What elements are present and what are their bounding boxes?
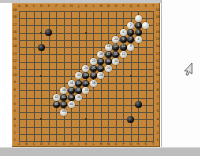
stone-black: 13: [112, 44, 119, 51]
coord-row-left: 4: [12, 118, 18, 122]
coord-row-left: 13: [12, 53, 18, 57]
grid-line: [19, 105, 154, 106]
stone-white: [142, 22, 149, 29]
stone-white: 28: [90, 80, 97, 87]
coord-row-right: 18: [154, 16, 160, 20]
stone-white: 36: [75, 94, 82, 101]
coord-col-top: C: [31, 5, 37, 9]
stone-black: 43: [60, 101, 67, 108]
stone-white: 2: [127, 22, 134, 29]
coord-row-right: 8: [154, 89, 160, 93]
stone-white: 24: [97, 72, 104, 79]
coord-row-left: 1: [12, 139, 18, 143]
coord-row-right: 1: [154, 139, 160, 143]
stone-black: 17: [105, 51, 112, 58]
coord-row-right: 10: [154, 74, 160, 78]
stone-black: 33: [75, 80, 82, 87]
grid-line: [19, 127, 154, 128]
stone-black: 15: [112, 51, 119, 58]
stone-white: 18: [97, 51, 104, 58]
mouse-cursor-icon: [183, 63, 193, 76]
coord-col-top: P: [120, 5, 126, 9]
coord-row-left: 19: [12, 9, 18, 13]
stone-black: 39: [68, 94, 75, 101]
grid-line: [146, 11, 147, 142]
coord-row-right: 12: [154, 60, 160, 64]
stone-white: 22: [90, 58, 97, 65]
coord-col-top: R: [135, 5, 141, 9]
stone-black: 37: [68, 87, 75, 94]
coord-col-top: K: [83, 5, 89, 9]
coord-row-left: 15: [12, 38, 18, 42]
stone-black: 1: [135, 22, 142, 29]
stone-black: 9: [120, 36, 127, 43]
coord-col-top: B: [23, 5, 29, 9]
screen: AABBCCDDEEFFGGHHJJKKLLMMNNOOPPQQRRSSTT19…: [0, 0, 200, 156]
coord-col-top: G: [61, 5, 67, 9]
stone-white: 14: [105, 44, 112, 51]
coord-row-left: 5: [12, 110, 18, 114]
stone-black: 7: [127, 36, 134, 43]
coord-row-right: 19: [154, 9, 160, 13]
star-point: [130, 75, 132, 77]
stone-black: [38, 44, 45, 51]
go-board[interactable]: AABBCCDDEEFFGGHHJJKKLLMMNNOOPPQQRRSSTT19…: [12, 3, 160, 147]
star-point: [85, 32, 87, 34]
coord-row-right: 2: [154, 132, 160, 136]
stone-black: 3: [135, 29, 142, 36]
coord-row-left: 16: [12, 31, 18, 35]
coord-row-right: 13: [154, 53, 160, 57]
stone-white: 26: [82, 65, 89, 72]
stone-black: [127, 116, 134, 123]
stone-black: 29: [82, 72, 89, 79]
stone-white: 12: [120, 51, 127, 58]
coord-col-top: M: [98, 5, 104, 9]
stone-black: 41: [60, 94, 67, 101]
coord-row-right: 4: [154, 118, 160, 122]
stone-white: 10: [112, 36, 119, 43]
coord-row-right: 14: [154, 45, 160, 49]
stone-white: 42: [53, 94, 60, 101]
stone-black: 27: [90, 72, 97, 79]
stone-black: 23: [97, 65, 104, 72]
coord-row-left: 18: [12, 16, 18, 20]
stone-black: 19: [105, 58, 112, 65]
stone-white: 32: [82, 87, 89, 94]
stone-black: 11: [120, 44, 127, 51]
stone-black: [45, 29, 52, 36]
coord-col-top: D: [38, 5, 44, 9]
coord-col-top: Q: [128, 5, 134, 9]
coord-row-left: 3: [12, 125, 18, 129]
coord-row-left: 11: [12, 67, 18, 71]
stone-white: 20: [105, 65, 112, 72]
coord-col-top: L: [90, 5, 96, 9]
coord-col-top: F: [53, 5, 59, 9]
coord-col-top: O: [113, 5, 119, 9]
stone-white: 6: [120, 29, 127, 36]
coord-row-left: 12: [12, 60, 18, 64]
stone-black: 25: [90, 65, 97, 72]
coord-row-right: 7: [154, 96, 160, 100]
grid-line: [116, 11, 117, 142]
coord-col-top: J: [76, 5, 82, 9]
coord-row-right: 11: [154, 67, 160, 71]
coord-row-right: 6: [154, 103, 160, 107]
coord-row-right: 16: [154, 31, 160, 35]
coord-col-top: A: [16, 5, 22, 9]
coord-row-left: 8: [12, 89, 18, 93]
grid-line: [19, 112, 154, 113]
stone-white: 44: [60, 109, 67, 116]
stone-white: 40: [68, 101, 75, 108]
grid-line: [108, 11, 109, 142]
stone-black: 35: [75, 87, 82, 94]
coord-row-left: 17: [12, 24, 18, 28]
stone-white: 8: [127, 44, 134, 51]
stone-black: [135, 101, 142, 108]
stone-black: 21: [97, 58, 104, 65]
coord-row-right: 15: [154, 38, 160, 42]
coord-row-right: 3: [154, 125, 160, 129]
stone-white: 38: [60, 87, 67, 94]
right-panel: [162, 0, 200, 147]
coord-row-left: 10: [12, 74, 18, 78]
stone-white: 16: [112, 58, 119, 65]
coord-row-right: 5: [154, 110, 160, 114]
coord-col-top: N: [105, 5, 111, 9]
window-edge: [161, 0, 162, 147]
stone-white: 4: [135, 36, 142, 43]
stone-white: [135, 15, 142, 22]
coord-col-top: E: [46, 5, 52, 9]
coord-row-left: 9: [12, 81, 18, 85]
stone-black: 31: [82, 80, 89, 87]
stone-black: 5: [127, 29, 134, 36]
coord-row-left: 6: [12, 103, 18, 107]
stone-white: 34: [68, 80, 75, 87]
coord-col-top: H: [68, 5, 74, 9]
coord-col-top: S: [143, 5, 149, 9]
coord-row-left: 7: [12, 96, 18, 100]
coord-row-right: 9: [154, 81, 160, 85]
taskbar-strip[interactable]: [0, 147, 200, 156]
grid-line: [19, 134, 154, 135]
coord-row-left: 14: [12, 45, 18, 49]
stone-white: 30: [75, 72, 82, 79]
stone-black: 45: [53, 101, 60, 108]
coord-row-right: 17: [154, 24, 160, 28]
coord-row-left: 2: [12, 132, 18, 136]
grid-line: [19, 98, 154, 99]
